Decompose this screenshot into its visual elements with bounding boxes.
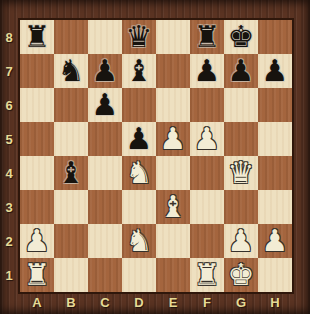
piece-white-pawn[interactable]: ♟ bbox=[262, 224, 289, 258]
piece-black-pawn[interactable]: ♟ bbox=[92, 88, 119, 122]
square-f7[interactable]: ♟ bbox=[190, 54, 224, 88]
file-label-g: G bbox=[224, 292, 258, 312]
square-b4[interactable]: ♝ bbox=[54, 156, 88, 190]
square-f8[interactable]: ♜ bbox=[190, 20, 224, 54]
square-f2[interactable] bbox=[190, 224, 224, 258]
piece-white-knight[interactable]: ♞ bbox=[126, 224, 153, 258]
square-a1[interactable]: ♜ bbox=[20, 258, 54, 292]
piece-black-bishop[interactable]: ♝ bbox=[126, 54, 153, 88]
piece-white-queen[interactable]: ♛ bbox=[228, 156, 255, 190]
square-h4[interactable] bbox=[258, 156, 292, 190]
square-a3[interactable] bbox=[20, 190, 54, 224]
piece-black-pawn[interactable]: ♟ bbox=[126, 122, 153, 156]
file-label-h: H bbox=[258, 292, 292, 312]
rank-label-8: 8 bbox=[0, 20, 18, 54]
square-e2[interactable] bbox=[156, 224, 190, 258]
square-f4[interactable] bbox=[190, 156, 224, 190]
square-a8[interactable]: ♜ bbox=[20, 20, 54, 54]
square-g2[interactable]: ♟ bbox=[224, 224, 258, 258]
file-label-f: F bbox=[190, 292, 224, 312]
square-c8[interactable] bbox=[88, 20, 122, 54]
square-g1[interactable]: ♚ bbox=[224, 258, 258, 292]
square-e1[interactable] bbox=[156, 258, 190, 292]
square-h6[interactable] bbox=[258, 88, 292, 122]
square-h8[interactable] bbox=[258, 20, 292, 54]
square-e6[interactable] bbox=[156, 88, 190, 122]
piece-black-pawn[interactable]: ♟ bbox=[262, 54, 289, 88]
rank-label-3: 3 bbox=[0, 190, 18, 224]
square-d5[interactable]: ♟ bbox=[122, 122, 156, 156]
square-f3[interactable] bbox=[190, 190, 224, 224]
piece-white-rook[interactable]: ♜ bbox=[194, 258, 221, 292]
rank-label-4: 4 bbox=[0, 156, 18, 190]
square-d4[interactable]: ♞ bbox=[122, 156, 156, 190]
square-g5[interactable] bbox=[224, 122, 258, 156]
square-c1[interactable] bbox=[88, 258, 122, 292]
file-label-c: C bbox=[88, 292, 122, 312]
square-b3[interactable] bbox=[54, 190, 88, 224]
square-f6[interactable] bbox=[190, 88, 224, 122]
piece-white-bishop[interactable]: ♝ bbox=[160, 190, 187, 224]
file-label-e: E bbox=[156, 292, 190, 312]
square-e3[interactable]: ♝ bbox=[156, 190, 190, 224]
piece-white-king[interactable]: ♚ bbox=[228, 258, 255, 292]
square-b8[interactable] bbox=[54, 20, 88, 54]
square-b6[interactable] bbox=[54, 88, 88, 122]
rank-label-1: 1 bbox=[0, 258, 18, 292]
piece-black-rook[interactable]: ♜ bbox=[194, 20, 221, 54]
square-d7[interactable]: ♝ bbox=[122, 54, 156, 88]
piece-white-knight[interactable]: ♞ bbox=[126, 156, 153, 190]
square-e8[interactable] bbox=[156, 20, 190, 54]
square-d1[interactable] bbox=[122, 258, 156, 292]
piece-white-pawn[interactable]: ♟ bbox=[228, 224, 255, 258]
square-e5[interactable]: ♟ bbox=[156, 122, 190, 156]
square-a6[interactable] bbox=[20, 88, 54, 122]
piece-black-knight[interactable]: ♞ bbox=[58, 54, 85, 88]
square-c7[interactable]: ♟ bbox=[88, 54, 122, 88]
file-label-d: D bbox=[122, 292, 156, 312]
square-e4[interactable] bbox=[156, 156, 190, 190]
piece-white-pawn[interactable]: ♟ bbox=[194, 122, 221, 156]
piece-black-king[interactable]: ♚ bbox=[228, 20, 255, 54]
file-label-a: A bbox=[20, 292, 54, 312]
square-h1[interactable] bbox=[258, 258, 292, 292]
rank-label-6: 6 bbox=[0, 88, 18, 122]
square-a2[interactable]: ♟ bbox=[20, 224, 54, 258]
square-c5[interactable] bbox=[88, 122, 122, 156]
square-c6[interactable]: ♟ bbox=[88, 88, 122, 122]
piece-black-bishop[interactable]: ♝ bbox=[58, 156, 85, 190]
square-c2[interactable] bbox=[88, 224, 122, 258]
piece-black-pawn[interactable]: ♟ bbox=[194, 54, 221, 88]
rank-label-7: 7 bbox=[0, 54, 18, 88]
file-labels: ABCDEFGH bbox=[20, 292, 292, 312]
piece-black-pawn[interactable]: ♟ bbox=[92, 54, 119, 88]
rank-label-5: 5 bbox=[0, 122, 18, 156]
square-a5[interactable] bbox=[20, 122, 54, 156]
board-frame: 87654321 ♜♛♜♚♞♟♝♟♟♟♟♟♟♟♝♞♛♝♟♞♟♟♜♜♚ ABCDE… bbox=[0, 0, 310, 314]
piece-black-queen[interactable]: ♛ bbox=[126, 20, 153, 54]
square-b2[interactable] bbox=[54, 224, 88, 258]
square-b7[interactable]: ♞ bbox=[54, 54, 88, 88]
square-f5[interactable]: ♟ bbox=[190, 122, 224, 156]
square-c3[interactable] bbox=[88, 190, 122, 224]
piece-black-pawn[interactable]: ♟ bbox=[228, 54, 255, 88]
square-h2[interactable]: ♟ bbox=[258, 224, 292, 258]
square-f1[interactable]: ♜ bbox=[190, 258, 224, 292]
square-h3[interactable] bbox=[258, 190, 292, 224]
square-g8[interactable]: ♚ bbox=[224, 20, 258, 54]
piece-black-rook[interactable]: ♜ bbox=[24, 20, 51, 54]
file-label-b: B bbox=[54, 292, 88, 312]
square-b1[interactable] bbox=[54, 258, 88, 292]
square-h7[interactable]: ♟ bbox=[258, 54, 292, 88]
square-d2[interactable]: ♞ bbox=[122, 224, 156, 258]
square-d6[interactable] bbox=[122, 88, 156, 122]
piece-white-pawn[interactable]: ♟ bbox=[160, 122, 187, 156]
rank-label-2: 2 bbox=[0, 224, 18, 258]
piece-white-pawn[interactable]: ♟ bbox=[24, 224, 51, 258]
rank-labels: 87654321 bbox=[0, 20, 18, 292]
square-a7[interactable] bbox=[20, 54, 54, 88]
square-g3[interactable] bbox=[224, 190, 258, 224]
square-e7[interactable] bbox=[156, 54, 190, 88]
square-h5[interactable] bbox=[258, 122, 292, 156]
square-g7[interactable]: ♟ bbox=[224, 54, 258, 88]
piece-white-rook[interactable]: ♜ bbox=[24, 258, 51, 292]
square-d3[interactable] bbox=[122, 190, 156, 224]
square-b5[interactable] bbox=[54, 122, 88, 156]
square-a4[interactable] bbox=[20, 156, 54, 190]
square-c4[interactable] bbox=[88, 156, 122, 190]
chess-board: ♜♛♜♚♞♟♝♟♟♟♟♟♟♟♝♞♛♝♟♞♟♟♜♜♚ bbox=[18, 18, 294, 294]
square-d8[interactable]: ♛ bbox=[122, 20, 156, 54]
square-g6[interactable] bbox=[224, 88, 258, 122]
square-g4[interactable]: ♛ bbox=[224, 156, 258, 190]
